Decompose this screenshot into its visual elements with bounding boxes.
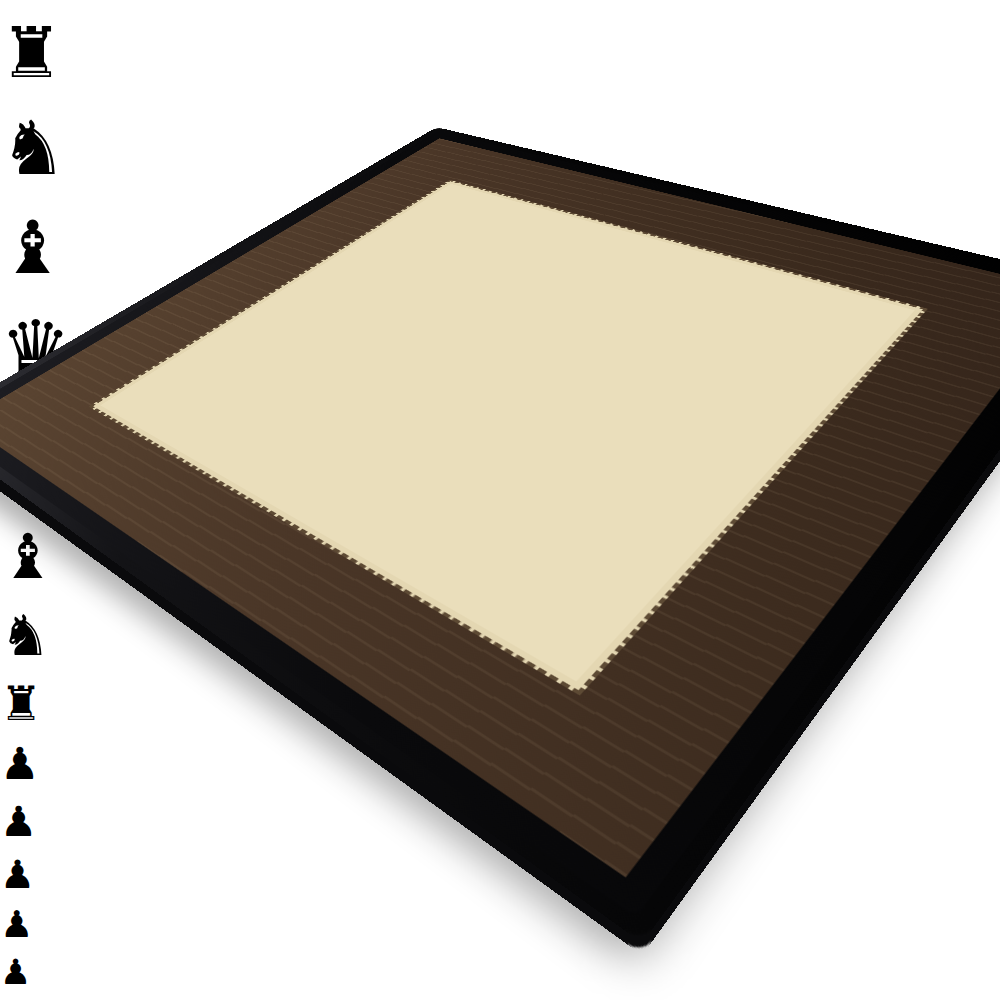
piece-shadow [0,789,26,796]
black-rook-a8[interactable]: ♜ [0,12,62,93]
piece-shadow [0,192,45,204]
black-rook-h8[interactable]: ♜ [0,676,42,731]
black-knight-b8[interactable]: ♞ [0,105,67,192]
black-pawn-c7[interactable]: ♟ [0,852,35,897]
black-pawn-b7[interactable]: ♟ [0,797,37,846]
black-pawn-a7[interactable]: ♟ [0,738,40,789]
piece-shadow [0,593,35,603]
black-pawn-d7[interactable]: ♟ [0,903,33,946]
black-bishop-c8[interactable]: ♝ [0,205,66,290]
piece-shadow [0,668,29,676]
black-knight-g8[interactable]: ♞ [0,603,51,668]
chess-set-photo: ♜♞♝♛♚♝♞♜♟♟♟♟♟♟♟♟♛♛♟♟♟♟♟♟♟♟♜♞♝♛♚♝♞♜ [0,0,1000,1000]
piece-shadow [0,0,43,12]
piece-shadow [0,731,27,739]
piece-shadow [0,93,46,106]
black-pawn-e7[interactable]: ♟ [0,952,31,992]
piece-shadow [0,290,49,303]
piece-shadow [0,846,24,853]
